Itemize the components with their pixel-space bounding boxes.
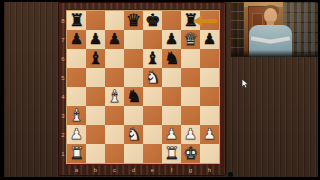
square-e3[interactable]: [143, 106, 162, 125]
square-g8[interactable]: ♜: [181, 11, 200, 30]
square-c4[interactable]: ♝: [105, 87, 124, 106]
square-f3[interactable]: [162, 106, 181, 125]
square-g1[interactable]: ♚: [181, 144, 200, 163]
piece-white-rook[interactable]: ♜: [69, 144, 84, 163]
file-label-c: c: [105, 164, 124, 176]
square-f7[interactable]: ♟: [162, 30, 181, 49]
square-a5[interactable]: [67, 68, 86, 87]
square-d8[interactable]: ♛: [124, 11, 143, 30]
square-d5[interactable]: [124, 68, 143, 87]
file-label-a: a: [67, 164, 86, 176]
square-g3[interactable]: [181, 106, 200, 125]
rank-labels: 87654321: [59, 11, 67, 163]
square-g5[interactable]: [181, 68, 200, 87]
piece-black-pawn[interactable]: ♟: [108, 30, 121, 49]
square-a3[interactable]: ♝: [67, 106, 86, 125]
file-labels: abcdefgh: [67, 164, 219, 176]
square-g7[interactable]: ♛: [181, 30, 200, 49]
square-d6[interactable]: [124, 49, 143, 68]
square-e7[interactable]: [143, 30, 162, 49]
square-d3[interactable]: [124, 106, 143, 125]
piece-white-pawn[interactable]: ♟: [165, 125, 178, 144]
square-a2[interactable]: ♟: [67, 125, 86, 144]
file-label-h: h: [200, 164, 219, 176]
square-e2[interactable]: [143, 125, 162, 144]
rank-label-4: 4: [59, 87, 67, 106]
square-b5[interactable]: [86, 68, 105, 87]
square-e1[interactable]: [143, 144, 162, 163]
piece-black-pawn[interactable]: ♟: [165, 30, 178, 49]
file-label-e: e: [143, 164, 162, 176]
square-d7[interactable]: [124, 30, 143, 49]
piece-black-bishop[interactable]: ♝: [145, 49, 160, 68]
square-e5[interactable]: ♞: [143, 68, 162, 87]
square-f5[interactable]: [162, 68, 181, 87]
square-h6[interactable]: [200, 49, 219, 68]
rank-label-8: 8: [59, 11, 67, 30]
rank-label-2: 2: [59, 125, 67, 144]
square-b7[interactable]: ♟: [86, 30, 105, 49]
square-c3[interactable]: [105, 106, 124, 125]
file-label-b: b: [86, 164, 105, 176]
square-c7[interactable]: ♟: [105, 30, 124, 49]
square-g6[interactable]: [181, 49, 200, 68]
square-f2[interactable]: ♟: [162, 125, 181, 144]
square-f8[interactable]: [162, 11, 181, 30]
piece-black-rook[interactable]: ♜: [183, 11, 198, 30]
square-b1[interactable]: [86, 144, 105, 163]
piece-white-pawn[interactable]: ♟: [70, 125, 83, 144]
rank-label-3: 3: [59, 106, 67, 125]
piece-black-queen[interactable]: ♛: [126, 11, 141, 30]
square-a8[interactable]: ♜: [67, 11, 86, 30]
square-b2[interactable]: [86, 125, 105, 144]
square-a1[interactable]: ♜: [67, 144, 86, 163]
piece-black-king[interactable]: ♚: [145, 11, 160, 30]
webcam-video: [231, 2, 318, 57]
piece-white-pawn[interactable]: ♟: [203, 125, 216, 144]
square-b4[interactable]: [86, 87, 105, 106]
file-label-f: f: [162, 164, 181, 176]
square-e4[interactable]: [143, 87, 162, 106]
rank-label-6: 6: [59, 49, 67, 68]
piece-black-bishop[interactable]: ♝: [88, 49, 103, 68]
piece-white-rook[interactable]: ♜: [164, 144, 179, 163]
square-c5[interactable]: [105, 68, 124, 87]
webcam-light-overlay: [231, 2, 318, 57]
video-frame: 87654321 ♜♛♚♜♟♟♟♟♛♟♝♝♞♞♝♞♝♟♞♟♟♟♜♜♚ abcde…: [0, 0, 320, 180]
square-f4[interactable]: [162, 87, 181, 106]
square-d4[interactable]: ♞: [124, 87, 143, 106]
square-d1[interactable]: [124, 144, 143, 163]
square-h5[interactable]: [200, 68, 219, 87]
piece-black-pawn[interactable]: ♟: [203, 30, 216, 49]
square-c8[interactable]: [105, 11, 124, 30]
file-label-d: d: [124, 164, 143, 176]
piece-black-knight[interactable]: ♞: [126, 87, 141, 106]
piece-white-queen[interactable]: ♛: [183, 30, 198, 49]
piece-black-pawn[interactable]: ♟: [70, 30, 83, 49]
piece-black-knight[interactable]: ♞: [164, 49, 179, 68]
square-h3[interactable]: [200, 106, 219, 125]
square-e6[interactable]: ♝: [143, 49, 162, 68]
square-b8[interactable]: [86, 11, 105, 30]
piece-white-knight[interactable]: ♞: [126, 125, 141, 144]
square-a4[interactable]: [67, 87, 86, 106]
chess-board: 87654321 ♜♛♚♜♟♟♟♟♛♟♝♝♞♞♝♞♝♟♞♟♟♟♜♜♚ abcde…: [58, 2, 226, 176]
piece-white-bishop[interactable]: ♝: [69, 106, 84, 125]
piece-white-king[interactable]: ♚: [183, 144, 198, 163]
square-a7[interactable]: ♟: [67, 30, 86, 49]
square-e8[interactable]: ♚: [143, 11, 162, 30]
rank-label-5: 5: [59, 68, 67, 87]
square-f1[interactable]: ♜: [162, 144, 181, 163]
square-c2[interactable]: [105, 125, 124, 144]
piece-black-pawn[interactable]: ♟: [89, 30, 102, 49]
square-b3[interactable]: [86, 106, 105, 125]
rank-label-1: 1: [59, 144, 67, 163]
square-h8[interactable]: [200, 11, 219, 30]
square-h2[interactable]: ♟: [200, 125, 219, 144]
piece-black-rook[interactable]: ♜: [69, 11, 84, 30]
square-g2[interactable]: ♟: [181, 125, 200, 144]
square-h7[interactable]: ♟: [200, 30, 219, 49]
square-h1[interactable]: [200, 144, 219, 163]
board-grid[interactable]: ♜♛♚♜♟♟♟♟♛♟♝♝♞♞♝♞♝♟♞♟♟♟♜♜♚: [67, 11, 219, 163]
square-g4[interactable]: [181, 87, 200, 106]
piece-white-bishop[interactable]: ♝: [107, 87, 122, 106]
rank-label-7: 7: [59, 30, 67, 49]
square-b6[interactable]: ♝: [86, 49, 105, 68]
piece-white-knight[interactable]: ♞: [145, 68, 160, 87]
square-h4[interactable]: [200, 87, 219, 106]
corner-dot: [228, 172, 233, 177]
square-d2[interactable]: ♞: [124, 125, 143, 144]
file-label-g: g: [181, 164, 200, 176]
square-a6[interactable]: [67, 49, 86, 68]
square-f6[interactable]: ♞: [162, 49, 181, 68]
piece-white-pawn[interactable]: ♟: [184, 125, 197, 144]
square-c6[interactable]: [105, 49, 124, 68]
square-c1[interactable]: [105, 144, 124, 163]
